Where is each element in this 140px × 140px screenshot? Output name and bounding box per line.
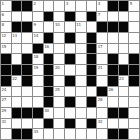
- clue-number-11: 11: [76, 22, 81, 27]
- black-cell-r4c5: [44, 33, 54, 43]
- black-cell-r10c5: [44, 97, 54, 107]
- white-cell-r11c13[interactable]: [129, 108, 139, 118]
- white-cell-r9c11[interactable]: 26: [108, 87, 118, 97]
- white-cell-r11c9[interactable]: [87, 108, 97, 118]
- clue-number-7: 7: [98, 12, 100, 17]
- white-cell-r7c7[interactable]: [65, 65, 75, 75]
- white-cell-r10c10[interactable]: 28: [97, 97, 107, 107]
- white-cell-r4c3[interactable]: [22, 33, 32, 43]
- white-cell-r6c2[interactable]: [12, 54, 22, 64]
- white-cell-r8c4[interactable]: [33, 76, 43, 86]
- clue-number-27: 27: [2, 97, 7, 102]
- white-cell-r8c8[interactable]: [76, 76, 86, 86]
- black-cell-r7c5: [44, 65, 54, 75]
- white-cell-r7c6[interactable]: 20: [54, 65, 64, 75]
- white-cell-r3c8[interactable]: 11: [76, 22, 86, 32]
- clue-number-10: 10: [55, 22, 60, 27]
- white-cell-r9c8[interactable]: [76, 87, 86, 97]
- white-cell-r13c1[interactable]: [1, 129, 11, 139]
- white-cell-r2c10[interactable]: 7: [97, 12, 107, 22]
- white-cell-r8c6[interactable]: [54, 76, 64, 86]
- white-cell-r8c2[interactable]: 22: [12, 76, 22, 86]
- black-cell-r6c1: [1, 54, 11, 64]
- white-cell-r2c4[interactable]: [33, 12, 43, 22]
- white-cell-r10c13[interactable]: [129, 97, 139, 107]
- black-cell-r9c10: [97, 87, 107, 97]
- white-cell-r12c11[interactable]: [108, 119, 118, 129]
- clue-number-14: 14: [34, 33, 39, 38]
- clue-number-28: 28: [98, 97, 103, 102]
- black-cell-r1c12: [119, 1, 129, 11]
- white-cell-r2c6[interactable]: [54, 12, 64, 22]
- clue-number-20: 20: [55, 65, 60, 70]
- white-cell-r9c13[interactable]: [129, 87, 139, 97]
- white-cell-r7c10[interactable]: 21: [97, 65, 107, 75]
- white-cell-r10c2[interactable]: [12, 97, 22, 107]
- white-cell-r3c13[interactable]: [129, 22, 139, 32]
- black-cell-r3c10: [97, 22, 107, 32]
- white-cell-r13c4[interactable]: 33: [33, 129, 43, 139]
- white-cell-r1c1[interactable]: 1: [1, 1, 11, 11]
- black-cell-r7c11: [108, 65, 118, 75]
- clue-number-17: 17: [98, 44, 103, 49]
- white-cell-r6c8[interactable]: [76, 54, 86, 64]
- black-cell-r6c9: [87, 54, 97, 64]
- white-cell-r7c4[interactable]: 19: [33, 65, 43, 75]
- black-cell-r11c11: [108, 108, 118, 118]
- white-cell-r13c5[interactable]: [44, 129, 54, 139]
- white-cell-r12c12[interactable]: [119, 119, 129, 129]
- white-cell-r11c8[interactable]: [76, 108, 86, 118]
- clue-number-21: 21: [98, 65, 103, 70]
- white-cell-r9c1[interactable]: 24: [1, 87, 11, 97]
- black-cell-r6c13: [129, 54, 139, 64]
- white-cell-r10c3[interactable]: [22, 97, 32, 107]
- clue-number-24: 24: [2, 87, 7, 92]
- black-cell-r11c2: [12, 108, 22, 118]
- white-cell-r2c13[interactable]: [129, 12, 139, 22]
- black-cell-r8c3: [22, 76, 32, 86]
- black-cell-r13c2: [12, 129, 22, 139]
- white-cell-r3c7[interactable]: [65, 22, 75, 32]
- clue-number-2: 2: [34, 1, 36, 6]
- black-cell-r13c12: [119, 129, 129, 139]
- white-cell-r8c10[interactable]: [97, 76, 107, 86]
- clue-number-18: 18: [34, 54, 39, 59]
- white-cell-r9c6[interactable]: 25: [54, 87, 64, 97]
- clue-number-26: 26: [108, 87, 113, 92]
- black-cell-r3c2: [12, 22, 22, 32]
- black-cell-r4c9: [87, 33, 97, 43]
- white-cell-r2c11[interactable]: [108, 12, 118, 22]
- white-cell-r2c12[interactable]: [119, 12, 129, 22]
- black-cell-r6c5: [44, 54, 54, 64]
- black-cell-r2c9: [87, 12, 97, 22]
- clue-number-9: 9: [34, 22, 36, 27]
- clue-number-1: 1: [2, 1, 4, 6]
- black-cell-r3c12: [119, 22, 129, 32]
- black-cell-r10c7: [65, 97, 75, 107]
- clue-number-4: 4: [98, 1, 100, 6]
- white-cell-r1c10[interactable]: 4: [97, 1, 107, 11]
- white-cell-r11c7[interactable]: [65, 108, 75, 118]
- white-cell-r12c13[interactable]: [129, 119, 139, 129]
- white-cell-r2c1[interactable]: 6: [1, 12, 11, 22]
- white-cell-r4c1[interactable]: 12: [1, 33, 11, 43]
- white-cell-r5c2[interactable]: [12, 44, 22, 54]
- white-cell-r3c5[interactable]: [44, 22, 54, 32]
- white-cell-r1c4[interactable]: 2: [33, 1, 43, 11]
- white-cell-r5c12[interactable]: [119, 44, 129, 54]
- white-cell-r10c11[interactable]: [108, 97, 118, 107]
- black-cell-r9c5: [44, 87, 54, 97]
- black-cell-r2c7: [65, 12, 75, 22]
- black-cell-r4c7: [65, 33, 75, 43]
- clue-number-16: 16: [44, 44, 49, 49]
- clue-number-15: 15: [2, 44, 7, 49]
- white-cell-r9c7[interactable]: [65, 87, 75, 97]
- white-cell-r3c6[interactable]: 10: [54, 22, 64, 32]
- black-cell-r3c3: [22, 22, 32, 32]
- white-cell-r4c10[interactable]: [97, 33, 107, 43]
- white-cell-r2c3[interactable]: [22, 12, 32, 22]
- white-cell-r13c9[interactable]: [87, 129, 97, 139]
- black-cell-r8c7: [65, 76, 75, 86]
- black-cell-r8c5: [44, 76, 54, 86]
- white-cell-r13c13[interactable]: [129, 129, 139, 139]
- white-cell-r11c6[interactable]: [54, 108, 64, 118]
- white-cell-r11c1[interactable]: 29: [1, 108, 11, 118]
- black-cell-r7c9: [87, 65, 97, 75]
- white-cell-r4c2[interactable]: 13: [12, 33, 22, 43]
- white-cell-r5c6[interactable]: [54, 44, 64, 54]
- white-cell-r5c8[interactable]: [76, 44, 86, 54]
- black-cell-r10c9: [87, 97, 97, 107]
- white-cell-r12c4[interactable]: [33, 119, 43, 129]
- white-cell-r8c12[interactable]: 23: [119, 76, 129, 86]
- white-cell-r1c13[interactable]: 5: [129, 1, 139, 11]
- black-cell-r2c5: [44, 12, 54, 22]
- white-cell-r11c10[interactable]: [97, 108, 107, 118]
- white-cell-r9c2[interactable]: [12, 87, 22, 97]
- white-cell-r9c12[interactable]: [119, 87, 129, 97]
- white-cell-r3c9[interactable]: [87, 22, 97, 32]
- white-cell-r13c8[interactable]: [76, 129, 86, 139]
- white-cell-r10c4[interactable]: [33, 97, 43, 107]
- white-cell-r6c6[interactable]: [54, 54, 64, 64]
- clue-number-30: 30: [44, 108, 49, 113]
- clue-number-33: 33: [34, 129, 39, 134]
- black-cell-r11c3: [22, 108, 32, 118]
- black-cell-r7c1: [1, 65, 11, 75]
- white-cell-r5c11[interactable]: [108, 44, 118, 54]
- white-cell-r9c9[interactable]: [87, 87, 97, 97]
- white-cell-r2c2[interactable]: [12, 12, 22, 22]
- black-cell-r5c9: [87, 44, 97, 54]
- white-cell-r13c7[interactable]: [65, 129, 75, 139]
- white-cell-r5c7[interactable]: [65, 44, 75, 54]
- white-cell-r12c1[interactable]: 31: [1, 119, 11, 129]
- black-cell-r1c11: [108, 1, 118, 11]
- white-cell-r10c8[interactable]: [76, 97, 86, 107]
- white-cell-r5c13[interactable]: [129, 44, 139, 54]
- black-cell-r13c3: [22, 129, 32, 139]
- white-cell-r1c9[interactable]: [87, 1, 97, 11]
- white-cell-r12c8[interactable]: [76, 119, 86, 129]
- clue-number-23: 23: [119, 76, 124, 81]
- clue-number-3: 3: [66, 1, 68, 6]
- clue-number-5: 5: [130, 1, 132, 6]
- white-cell-r6c4[interactable]: 18: [33, 54, 43, 64]
- white-cell-r4c8[interactable]: [76, 33, 86, 43]
- black-cell-r6c11: [108, 54, 118, 64]
- white-cell-r5c1[interactable]: 15: [1, 44, 11, 54]
- black-cell-r7c3: [22, 65, 32, 75]
- white-cell-r12c3[interactable]: [22, 119, 32, 129]
- white-cell-r10c12[interactable]: [119, 97, 129, 107]
- white-cell-r10c1[interactable]: 27: [1, 97, 11, 107]
- clue-number-31: 31: [2, 119, 7, 124]
- white-cell-r4c13[interactable]: [129, 33, 139, 43]
- clue-number-6: 6: [2, 12, 4, 17]
- crossword-board: 1234567891011121314151617181920212223242…: [0, 0, 140, 140]
- white-cell-r10c6[interactable]: [54, 97, 64, 107]
- white-cell-r5c3[interactable]: [22, 44, 32, 54]
- white-cell-r7c8[interactable]: [76, 65, 86, 75]
- white-cell-r1c5[interactable]: [44, 1, 54, 11]
- black-cell-r8c11: [108, 76, 118, 86]
- white-cell-r1c7[interactable]: 3: [65, 1, 75, 11]
- clue-number-19: 19: [34, 65, 39, 70]
- black-cell-r6c7: [65, 54, 75, 64]
- white-cell-r4c4[interactable]: 14: [33, 33, 43, 43]
- white-cell-r13c10[interactable]: [97, 129, 107, 139]
- white-cell-r12c6[interactable]: [54, 119, 64, 129]
- black-cell-r12c7: [65, 119, 75, 129]
- black-cell-r8c9: [87, 76, 97, 86]
- clue-number-8: 8: [2, 22, 4, 27]
- white-cell-r13c6[interactable]: [54, 129, 64, 139]
- clue-number-12: 12: [2, 33, 7, 38]
- clue-number-13: 13: [12, 33, 17, 38]
- clue-number-22: 22: [12, 76, 17, 81]
- white-cell-r5c5[interactable]: 16: [44, 44, 54, 54]
- black-cell-r12c9: [87, 119, 97, 129]
- white-cell-r2c8[interactable]: [76, 12, 86, 22]
- clue-number-25: 25: [55, 87, 60, 92]
- black-cell-r6c3: [22, 54, 32, 64]
- white-cell-r3c1[interactable]: 8: [1, 22, 11, 32]
- white-cell-r9c4[interactable]: [33, 87, 43, 97]
- clue-number-29: 29: [2, 108, 7, 113]
- white-cell-r1c8[interactable]: [76, 1, 86, 11]
- white-cell-r6c12[interactable]: [119, 54, 129, 64]
- white-cell-r1c6[interactable]: [54, 1, 64, 11]
- black-cell-r12c5: [44, 119, 54, 129]
- white-cell-r3c4[interactable]: 9: [33, 22, 43, 32]
- black-cell-r7c13: [129, 65, 139, 75]
- black-cell-r7c2: [12, 65, 22, 75]
- black-cell-r8c13: [129, 76, 139, 86]
- white-cell-r4c12[interactable]: [119, 33, 129, 43]
- black-cell-r5c4: [33, 44, 43, 54]
- black-cell-r11c12: [119, 108, 129, 118]
- white-cell-r6c10[interactable]: [97, 54, 107, 64]
- crossword-page: 1234567891011121314151617181920212223242…: [0, 0, 140, 140]
- black-cell-r1c2: [12, 1, 22, 11]
- white-cell-r12c2[interactable]: [12, 119, 22, 129]
- white-cell-r12c10[interactable]: 32: [97, 119, 107, 129]
- white-cell-r4c11[interactable]: [108, 33, 118, 43]
- white-cell-r4c6[interactable]: [54, 33, 64, 43]
- black-cell-r1c3: [22, 1, 32, 11]
- white-cell-r11c5[interactable]: 30: [44, 108, 54, 118]
- white-cell-r9c3[interactable]: [22, 87, 32, 97]
- black-cell-r11c4: [33, 108, 43, 118]
- black-cell-r13c11: [108, 129, 118, 139]
- clue-number-32: 32: [98, 119, 103, 124]
- black-cell-r8c1: [1, 76, 11, 86]
- black-cell-r3c11: [108, 22, 118, 32]
- black-cell-r7c12: [119, 65, 129, 75]
- white-cell-r5c10[interactable]: 17: [97, 44, 107, 54]
